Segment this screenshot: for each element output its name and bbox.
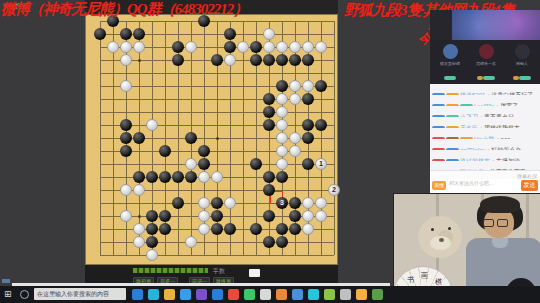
stone-white bbox=[107, 41, 119, 53]
stone-white bbox=[133, 236, 145, 248]
stone-black bbox=[302, 54, 314, 66]
stone-black bbox=[276, 171, 288, 183]
avatar bbox=[443, 44, 458, 59]
chat-panel: 棋友贡献榜周榜第一名神秘人 棋迷5201：这盘白棋不行了Lee***p：厉害了小… bbox=[430, 10, 540, 193]
stone-white bbox=[133, 184, 145, 196]
stone-white bbox=[276, 132, 288, 144]
stone-white bbox=[224, 54, 236, 66]
stone-black bbox=[224, 223, 236, 235]
taskbar-app-icon-8[interactable] bbox=[260, 289, 271, 300]
taskbar-app-icon-9[interactable] bbox=[276, 289, 287, 300]
stone-white bbox=[185, 158, 197, 170]
streamer-contact-text: 微博（神奇无尼熊）QQ群（648302212） bbox=[1, 0, 247, 19]
stone-white bbox=[237, 41, 249, 53]
stone-white bbox=[289, 93, 301, 105]
stone-white bbox=[315, 41, 327, 53]
chat-input-row: 表情 和大家说点什么吧… 发送 bbox=[430, 179, 540, 193]
stone-white bbox=[120, 41, 132, 53]
stone-white bbox=[263, 28, 275, 40]
stone-black bbox=[289, 223, 301, 235]
glasses-icon bbox=[497, 219, 508, 227]
stone-black bbox=[224, 41, 236, 53]
stone-black bbox=[120, 28, 132, 40]
stone-white bbox=[263, 41, 275, 53]
stone-black bbox=[289, 210, 301, 222]
stone-black bbox=[289, 54, 301, 66]
stone-white bbox=[224, 197, 236, 209]
stone-black: 3 bbox=[276, 197, 288, 209]
stone-white bbox=[289, 145, 301, 157]
ranker-badge bbox=[444, 76, 456, 80]
stone-black bbox=[146, 236, 158, 248]
emote-button[interactable]: 表情 bbox=[432, 181, 446, 190]
ranker-name: 周榜第一名 bbox=[469, 61, 503, 66]
stone-black bbox=[94, 28, 106, 40]
stone-black bbox=[302, 132, 314, 144]
taskbar-app-icon-15[interactable] bbox=[372, 289, 383, 300]
send-button[interactable]: 发送 bbox=[521, 180, 538, 191]
ranker-1[interactable]: 周榜第一名 bbox=[469, 44, 503, 84]
stone-black bbox=[172, 197, 184, 209]
stone-black bbox=[250, 223, 262, 235]
stone-black bbox=[185, 171, 197, 183]
stone-white bbox=[302, 80, 314, 92]
stone-black bbox=[315, 80, 327, 92]
ranker-name: 神秘人 bbox=[505, 61, 539, 66]
chat-message: 无名氏：黑棋优势很大 bbox=[430, 117, 540, 128]
stone-white bbox=[302, 223, 314, 235]
stone-white bbox=[198, 210, 210, 222]
stone-black bbox=[276, 236, 288, 248]
stone-black bbox=[146, 223, 158, 235]
stone-black bbox=[263, 119, 275, 131]
stone-white bbox=[211, 171, 223, 183]
ranker-badge bbox=[519, 76, 531, 80]
chat-message: 棋迷5201：这盘白棋不行了 bbox=[430, 84, 540, 95]
stone-white bbox=[146, 249, 158, 261]
bear-nose bbox=[439, 238, 444, 242]
ranker-name: 棋友贡献榜 bbox=[433, 61, 467, 66]
stone-white bbox=[315, 197, 327, 209]
taskbar-app-icon-0[interactable] bbox=[132, 289, 143, 300]
stone-black bbox=[289, 197, 301, 209]
stone-black bbox=[250, 158, 262, 170]
stone-black bbox=[198, 158, 210, 170]
taskbar-app-icon-2[interactable] bbox=[164, 289, 175, 300]
grid-line-v bbox=[334, 21, 335, 255]
stone-white bbox=[276, 158, 288, 170]
stone-black bbox=[263, 171, 275, 183]
stone-black bbox=[172, 171, 184, 183]
stone-black bbox=[159, 210, 171, 222]
stone-black bbox=[250, 41, 262, 53]
stone-black bbox=[224, 28, 236, 40]
chat-message: Vip小熊：666 bbox=[430, 128, 540, 139]
chat-message: 路过的棋友：主播加油 bbox=[430, 150, 540, 161]
taskbar-app-icon-4[interactable] bbox=[196, 289, 207, 300]
stone-white bbox=[133, 223, 145, 235]
ranker-2[interactable]: 神秘人 bbox=[505, 44, 539, 84]
chat-message: Lee***p：厉害了 bbox=[430, 95, 540, 106]
stone-black bbox=[120, 145, 132, 157]
taskbar-app-icon-12[interactable] bbox=[324, 289, 335, 300]
stone-white: 2 bbox=[328, 184, 340, 196]
taskbar-app-icon-1[interactable] bbox=[148, 289, 159, 300]
stone-white bbox=[198, 197, 210, 209]
stream-screen: 窗口投影 312 微博（神奇无尼熊）QQ群（648302212） 野狐九段3隻·… bbox=[0, 0, 540, 303]
stone-black bbox=[263, 106, 275, 118]
move-counter: 手数 bbox=[213, 267, 225, 276]
stone-white bbox=[276, 145, 288, 157]
stone-black bbox=[263, 210, 275, 222]
stone-black bbox=[159, 223, 171, 235]
windows-taskbar: ⊞ 在这里输入你要搜索的内容 bbox=[0, 286, 540, 303]
taskbar-app-icon-10[interactable] bbox=[292, 289, 303, 300]
stone-black bbox=[302, 93, 314, 105]
stone-black bbox=[250, 54, 262, 66]
stone-white: 1 bbox=[315, 158, 327, 170]
taskbar-app-icon-7[interactable] bbox=[244, 289, 255, 300]
chat-message-list[interactable]: 棋迷5201：这盘白棋不行了Lee***p：厉害了小飞刀：要不要点目无名氏：黑棋… bbox=[430, 84, 540, 170]
stone-white bbox=[289, 80, 301, 92]
ranker-0[interactable]: 棋友贡献榜 bbox=[433, 44, 467, 84]
stone-white bbox=[289, 41, 301, 53]
stone-black bbox=[211, 54, 223, 66]
avatar bbox=[479, 44, 494, 59]
stone-black bbox=[159, 145, 171, 157]
chat-message: 小飞刀：要不要点目 bbox=[430, 106, 540, 117]
stone-white bbox=[198, 171, 210, 183]
stone-black bbox=[263, 93, 275, 105]
stone-black bbox=[146, 171, 158, 183]
stone-black bbox=[146, 210, 158, 222]
stone-black bbox=[211, 223, 223, 235]
stone-white bbox=[120, 184, 132, 196]
grid-line-v bbox=[243, 21, 244, 255]
stone-white bbox=[302, 210, 314, 222]
taskbar-app-icon-6[interactable] bbox=[228, 289, 239, 300]
stone-white bbox=[276, 106, 288, 118]
taskbar-app-icon-5[interactable] bbox=[212, 289, 223, 300]
stone-white bbox=[276, 41, 288, 53]
stone-black bbox=[276, 80, 288, 92]
chat-message: qq7Dplay：打劫怎么办 bbox=[430, 139, 540, 150]
stone-black bbox=[315, 119, 327, 131]
stone-white bbox=[185, 41, 197, 53]
taskbar-app-icon-11[interactable] bbox=[308, 289, 319, 300]
gift-ranking-row: 棋友贡献榜周榜第一名神秘人 bbox=[430, 40, 540, 84]
ranker-badge bbox=[483, 76, 495, 80]
star-point bbox=[138, 59, 141, 62]
stone-black bbox=[198, 145, 210, 157]
stone-white bbox=[120, 210, 132, 222]
go-board[interactable]: 312 bbox=[85, 14, 338, 265]
stone-black bbox=[211, 197, 223, 209]
grid-line-h bbox=[100, 255, 334, 256]
taskbar-app-icon-13[interactable] bbox=[340, 289, 351, 300]
stone-white bbox=[133, 41, 145, 53]
chat-message: 观战小兵：收官了收官了 bbox=[430, 161, 540, 170]
cortana-button[interactable] bbox=[20, 290, 29, 299]
stone-white bbox=[289, 132, 301, 144]
stone-black bbox=[133, 171, 145, 183]
board-review-toolbar: 手数 最初局面后退一步前进一步最终局面 bbox=[85, 265, 338, 285]
stone-black bbox=[211, 210, 223, 222]
stone-black bbox=[185, 132, 197, 144]
stone-black bbox=[172, 54, 184, 66]
avatar bbox=[515, 44, 530, 59]
stone-black bbox=[133, 28, 145, 40]
stone-black bbox=[263, 236, 275, 248]
streamer-collar bbox=[492, 238, 508, 248]
stone-white bbox=[276, 119, 288, 131]
stone-black bbox=[133, 132, 145, 144]
stone-white bbox=[120, 80, 132, 92]
stone-black bbox=[276, 223, 288, 235]
stone-black bbox=[120, 119, 132, 131]
stone-white bbox=[120, 54, 132, 66]
stone-white bbox=[146, 119, 158, 131]
star-point bbox=[216, 137, 219, 140]
stone-white bbox=[276, 93, 288, 105]
stone-white bbox=[198, 223, 210, 235]
chat-input[interactable]: 和大家说点什么吧… bbox=[449, 181, 515, 186]
stone-black bbox=[302, 119, 314, 131]
stone-black bbox=[263, 54, 275, 66]
taskbar-search-input[interactable]: 在这里输入你要搜索的内容 bbox=[34, 288, 126, 300]
stone-black bbox=[302, 158, 314, 170]
stone-black bbox=[120, 132, 132, 144]
move-slider[interactable] bbox=[133, 268, 208, 273]
stone-black bbox=[172, 41, 184, 53]
grid-line-h bbox=[100, 164, 334, 165]
taskbar-app-icon-14[interactable] bbox=[356, 289, 367, 300]
taskbar-app-icon-3[interactable] bbox=[180, 289, 191, 300]
stone-white bbox=[315, 210, 327, 222]
stone-white bbox=[185, 236, 197, 248]
stone-black bbox=[276, 54, 288, 66]
move-slider-handle[interactable] bbox=[249, 269, 260, 277]
glasses-icon bbox=[483, 219, 494, 227]
stone-black bbox=[159, 171, 171, 183]
star-point bbox=[138, 215, 141, 218]
start-button[interactable]: ⊞ bbox=[4, 290, 13, 299]
stone-white bbox=[302, 197, 314, 209]
streamer-fringe bbox=[480, 196, 520, 213]
stone-white bbox=[302, 41, 314, 53]
mini-indicator bbox=[2, 279, 10, 283]
